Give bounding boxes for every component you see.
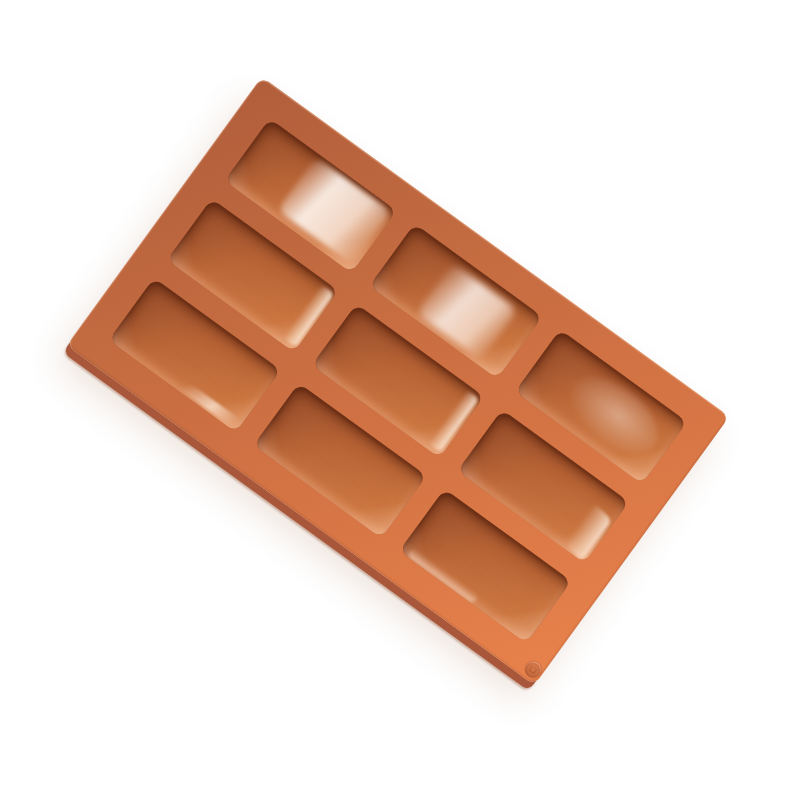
photo-background bbox=[0, 0, 800, 800]
specular-highlight bbox=[553, 361, 671, 469]
specular-highlight bbox=[277, 157, 391, 265]
silicone-mold bbox=[67, 77, 730, 685]
specular-highlight bbox=[428, 390, 479, 453]
specular-highlight bbox=[416, 263, 518, 361]
specular-highlight bbox=[283, 285, 334, 348]
cavity-grid bbox=[67, 77, 730, 685]
specular-highlight bbox=[564, 503, 612, 562]
specular-highlight bbox=[407, 548, 479, 604]
specular-highlight bbox=[179, 383, 241, 426]
